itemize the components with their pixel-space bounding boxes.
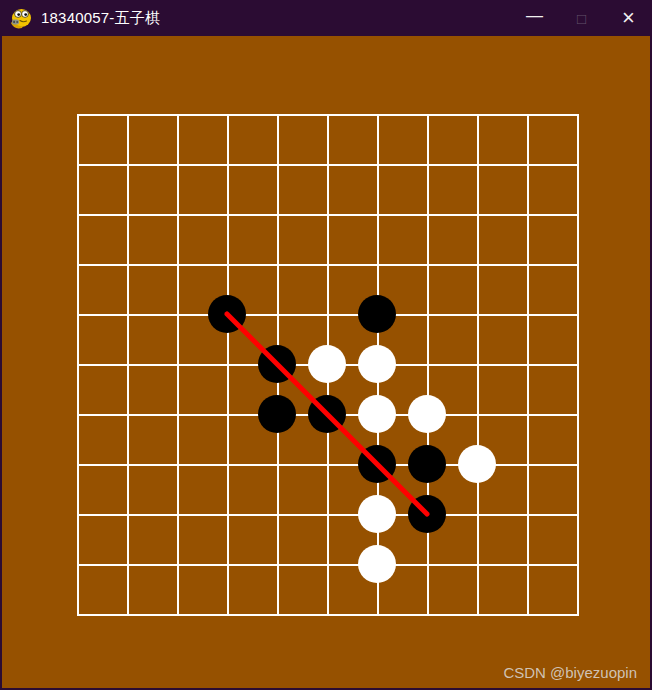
board-cell[interactable] xyxy=(529,416,579,466)
close-button[interactable]: × xyxy=(605,0,652,36)
board-cell[interactable] xyxy=(79,316,129,366)
board-cell[interactable] xyxy=(179,466,229,516)
board-cell[interactable] xyxy=(479,266,529,316)
board-cell[interactable] xyxy=(79,416,129,466)
board-cell[interactable] xyxy=(129,266,179,316)
board-cell[interactable] xyxy=(479,516,529,566)
board-cell[interactable] xyxy=(79,116,129,166)
board-cell[interactable] xyxy=(129,516,179,566)
board-cell[interactable] xyxy=(279,216,329,266)
board-cell[interactable] xyxy=(279,116,329,166)
board-cell[interactable] xyxy=(429,166,479,216)
board-cell[interactable] xyxy=(129,416,179,466)
pygame-snake-icon xyxy=(10,7,32,29)
app-window: 18340057-五子棋 — □ × CSDN @biyezuopin xyxy=(0,0,652,690)
board-cell[interactable] xyxy=(429,416,479,466)
board-cell[interactable] xyxy=(329,566,379,616)
board-cell[interactable] xyxy=(79,216,129,266)
board-cell[interactable] xyxy=(329,216,379,266)
board-cell[interactable] xyxy=(79,166,129,216)
game-canvas: CSDN @biyezuopin xyxy=(2,36,650,688)
board-cell[interactable] xyxy=(79,516,129,566)
board-cell[interactable] xyxy=(379,366,429,416)
board-cell[interactable] xyxy=(529,266,579,316)
board-cell[interactable] xyxy=(129,116,179,166)
board-cell[interactable] xyxy=(479,366,529,416)
minimize-icon: — xyxy=(526,6,543,26)
board-cell[interactable] xyxy=(229,116,279,166)
board-cell[interactable] xyxy=(229,466,279,516)
board-cell[interactable] xyxy=(529,516,579,566)
board-cell[interactable] xyxy=(479,566,529,616)
window-title: 18340057-五子棋 xyxy=(41,9,160,28)
board-cell[interactable] xyxy=(79,266,129,316)
board-cell[interactable] xyxy=(429,566,479,616)
board-cell[interactable] xyxy=(529,466,579,516)
board-cell[interactable] xyxy=(229,216,279,266)
board-cell[interactable] xyxy=(229,416,279,466)
board-cell[interactable] xyxy=(479,116,529,166)
board-cell[interactable] xyxy=(479,466,529,516)
board-cell[interactable] xyxy=(79,566,129,616)
board-cell[interactable] xyxy=(179,266,229,316)
board-cell[interactable] xyxy=(129,316,179,366)
board-cell[interactable] xyxy=(429,366,479,416)
board-cell[interactable] xyxy=(179,566,229,616)
board-cell[interactable] xyxy=(179,166,229,216)
board-cell[interactable] xyxy=(179,516,229,566)
maximize-button[interactable]: □ xyxy=(558,0,605,36)
board-cell[interactable] xyxy=(229,166,279,216)
close-icon: × xyxy=(622,5,635,31)
board-cell[interactable] xyxy=(479,416,529,466)
board-cell[interactable] xyxy=(279,416,329,466)
maximize-icon: □ xyxy=(577,10,586,27)
board-cell[interactable] xyxy=(229,516,279,566)
board-cell[interactable] xyxy=(179,366,229,416)
board-cell[interactable] xyxy=(379,516,429,566)
board-cell[interactable] xyxy=(429,316,479,366)
board-cell[interactable] xyxy=(529,116,579,166)
board-cell[interactable] xyxy=(129,216,179,266)
board-cell[interactable] xyxy=(429,216,479,266)
board-cell[interactable] xyxy=(379,166,429,216)
board-cell[interactable] xyxy=(529,316,579,366)
board-cell[interactable] xyxy=(379,266,429,316)
titlebar[interactable]: 18340057-五子棋 — □ × xyxy=(0,0,652,36)
board-cell[interactable] xyxy=(479,216,529,266)
board-cell[interactable] xyxy=(429,116,479,166)
board-cell[interactable] xyxy=(229,316,279,366)
board-cell[interactable] xyxy=(529,166,579,216)
board-cell[interactable] xyxy=(329,466,379,516)
board-cell[interactable] xyxy=(279,266,329,316)
board-cell[interactable] xyxy=(229,566,279,616)
board-cell[interactable] xyxy=(329,316,379,366)
board-cell[interactable] xyxy=(379,566,429,616)
board-cell[interactable] xyxy=(279,566,329,616)
board-cell[interactable] xyxy=(179,416,229,466)
board-cell[interactable] xyxy=(279,316,329,366)
board-cell[interactable] xyxy=(329,516,379,566)
board-cell[interactable] xyxy=(529,366,579,416)
board-cell[interactable] xyxy=(329,366,379,416)
board-cell[interactable] xyxy=(129,566,179,616)
board-cell[interactable] xyxy=(479,316,529,366)
board-cell[interactable] xyxy=(129,166,179,216)
board-cell[interactable] xyxy=(329,266,379,316)
board-cell[interactable] xyxy=(79,366,129,416)
board-cell[interactable] xyxy=(429,516,479,566)
board-cell[interactable] xyxy=(229,266,279,316)
board-cell[interactable] xyxy=(379,466,429,516)
board-cell[interactable] xyxy=(529,216,579,266)
board-cell[interactable] xyxy=(279,516,329,566)
board-cell[interactable] xyxy=(379,316,429,366)
board-cell[interactable] xyxy=(529,566,579,616)
minimize-button[interactable]: — xyxy=(511,0,558,36)
board-cell[interactable] xyxy=(179,316,229,366)
board-cell[interactable] xyxy=(329,166,379,216)
board-cell[interactable] xyxy=(79,466,129,516)
board-cell[interactable] xyxy=(129,466,179,516)
board-cell[interactable] xyxy=(429,466,479,516)
board-cell[interactable] xyxy=(129,366,179,416)
gomoku-board[interactable] xyxy=(77,114,579,616)
board-cell[interactable] xyxy=(379,416,429,466)
board-cell[interactable] xyxy=(379,216,429,266)
board-cell[interactable] xyxy=(179,116,229,166)
board-cell[interactable] xyxy=(429,266,479,316)
board-cell[interactable] xyxy=(479,166,529,216)
watermark: CSDN @biyezuopin xyxy=(503,664,637,681)
board-cell[interactable] xyxy=(279,166,329,216)
board-cell[interactable] xyxy=(229,366,279,416)
board-cell[interactable] xyxy=(279,466,329,516)
board-cell[interactable] xyxy=(379,116,429,166)
board-cell[interactable] xyxy=(329,116,379,166)
board-cell[interactable] xyxy=(329,416,379,466)
board-cell[interactable] xyxy=(179,216,229,266)
board-cell[interactable] xyxy=(279,366,329,416)
